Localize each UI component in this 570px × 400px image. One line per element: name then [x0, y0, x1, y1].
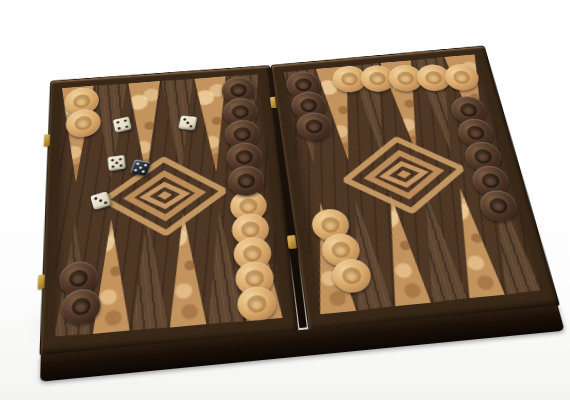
die-darkblue-5[interactable] [130, 159, 151, 176]
die-ivory-3[interactable] [90, 191, 111, 209]
brass-clasp-upper [44, 134, 50, 146]
playing-field-right [282, 54, 542, 315]
piece-layer-left [53, 74, 283, 337]
backgammon-board [43, 47, 556, 357]
die-ivory-3[interactable] [178, 116, 197, 131]
die-ivory-4[interactable] [113, 117, 132, 133]
board-halves [43, 47, 556, 357]
playing-field-left [53, 74, 283, 337]
die-ivory-5[interactable] [108, 155, 126, 171]
piece-layer-right [282, 54, 542, 315]
board-half-left [41, 66, 298, 355]
scene [0, 0, 570, 400]
checker-light[interactable] [441, 63, 481, 92]
brass-clasp-lower [38, 275, 45, 290]
checker-light[interactable] [236, 285, 277, 323]
board-half-right [271, 46, 558, 333]
checker-dark[interactable] [227, 165, 265, 198]
